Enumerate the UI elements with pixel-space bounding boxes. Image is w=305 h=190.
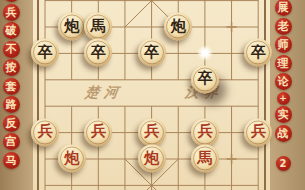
banner-badge-套: 套 xyxy=(3,78,20,95)
piece-red-兵[interactable]: 兵 xyxy=(138,118,166,146)
river-label-chu-he: 楚河 xyxy=(84,84,125,102)
piece-red-兵[interactable]: 兵 xyxy=(244,118,272,146)
piece-red-馬[interactable]: 馬 xyxy=(191,144,219,172)
banner-badge-不: 不 xyxy=(3,41,20,58)
piece-red-炮[interactable]: 炮 xyxy=(138,144,166,172)
banner-badge-宫: 宫 xyxy=(3,133,20,150)
banner-right: 展老师理论+实战2 xyxy=(274,0,292,171)
banner-badge-展: 展 xyxy=(275,0,292,16)
banner-badge-马: 马 xyxy=(3,152,20,169)
banner-badge-实: 实 xyxy=(275,106,292,123)
banner-badge-partial xyxy=(3,0,20,2)
banner-badge-反: 反 xyxy=(3,115,20,132)
banner-badge-论: 论 xyxy=(275,73,292,90)
banner-badge-兵: 兵 xyxy=(3,4,20,21)
piece-black-馬[interactable]: 馬 xyxy=(84,12,112,40)
thumbnail-stage: 楚河 汉界 炮馬炮卒卒卒卒卒兵兵兵兵兵炮炮馬 兵破不按套路反宫马 展老师理论+实… xyxy=(0,0,305,190)
banner-badge-理: 理 xyxy=(275,55,292,72)
piece-black-炮[interactable]: 炮 xyxy=(58,12,86,40)
piece-red-兵[interactable]: 兵 xyxy=(84,118,112,146)
last-move-origin-marker xyxy=(197,45,213,61)
piece-black-卒[interactable]: 卒 xyxy=(191,65,219,93)
banner-badge-+: + xyxy=(277,92,290,105)
banner-left: 兵破不按套路反宫马 xyxy=(2,0,20,169)
banner-badge-老: 老 xyxy=(275,18,292,35)
episode-number-badge: 2 xyxy=(276,156,291,171)
piece-red-兵[interactable]: 兵 xyxy=(191,118,219,146)
piece-black-炮[interactable]: 炮 xyxy=(164,12,192,40)
banner-badge-按: 按 xyxy=(3,59,20,76)
piece-black-卒[interactable]: 卒 xyxy=(138,39,166,67)
piece-red-炮[interactable]: 炮 xyxy=(58,144,86,172)
piece-black-卒[interactable]: 卒 xyxy=(244,39,272,67)
piece-black-卒[interactable]: 卒 xyxy=(84,39,112,67)
piece-red-兵[interactable]: 兵 xyxy=(31,118,59,146)
board[interactable]: 楚河 汉界 炮馬炮卒卒卒卒卒兵兵兵兵兵炮炮馬 xyxy=(33,0,270,190)
banner-badge-破: 破 xyxy=(3,22,20,39)
banner-badge-师: 师 xyxy=(275,36,292,53)
banner-badge-路: 路 xyxy=(3,96,20,113)
banner-badge-战: 战 xyxy=(275,125,292,142)
piece-black-卒[interactable]: 卒 xyxy=(31,39,59,67)
